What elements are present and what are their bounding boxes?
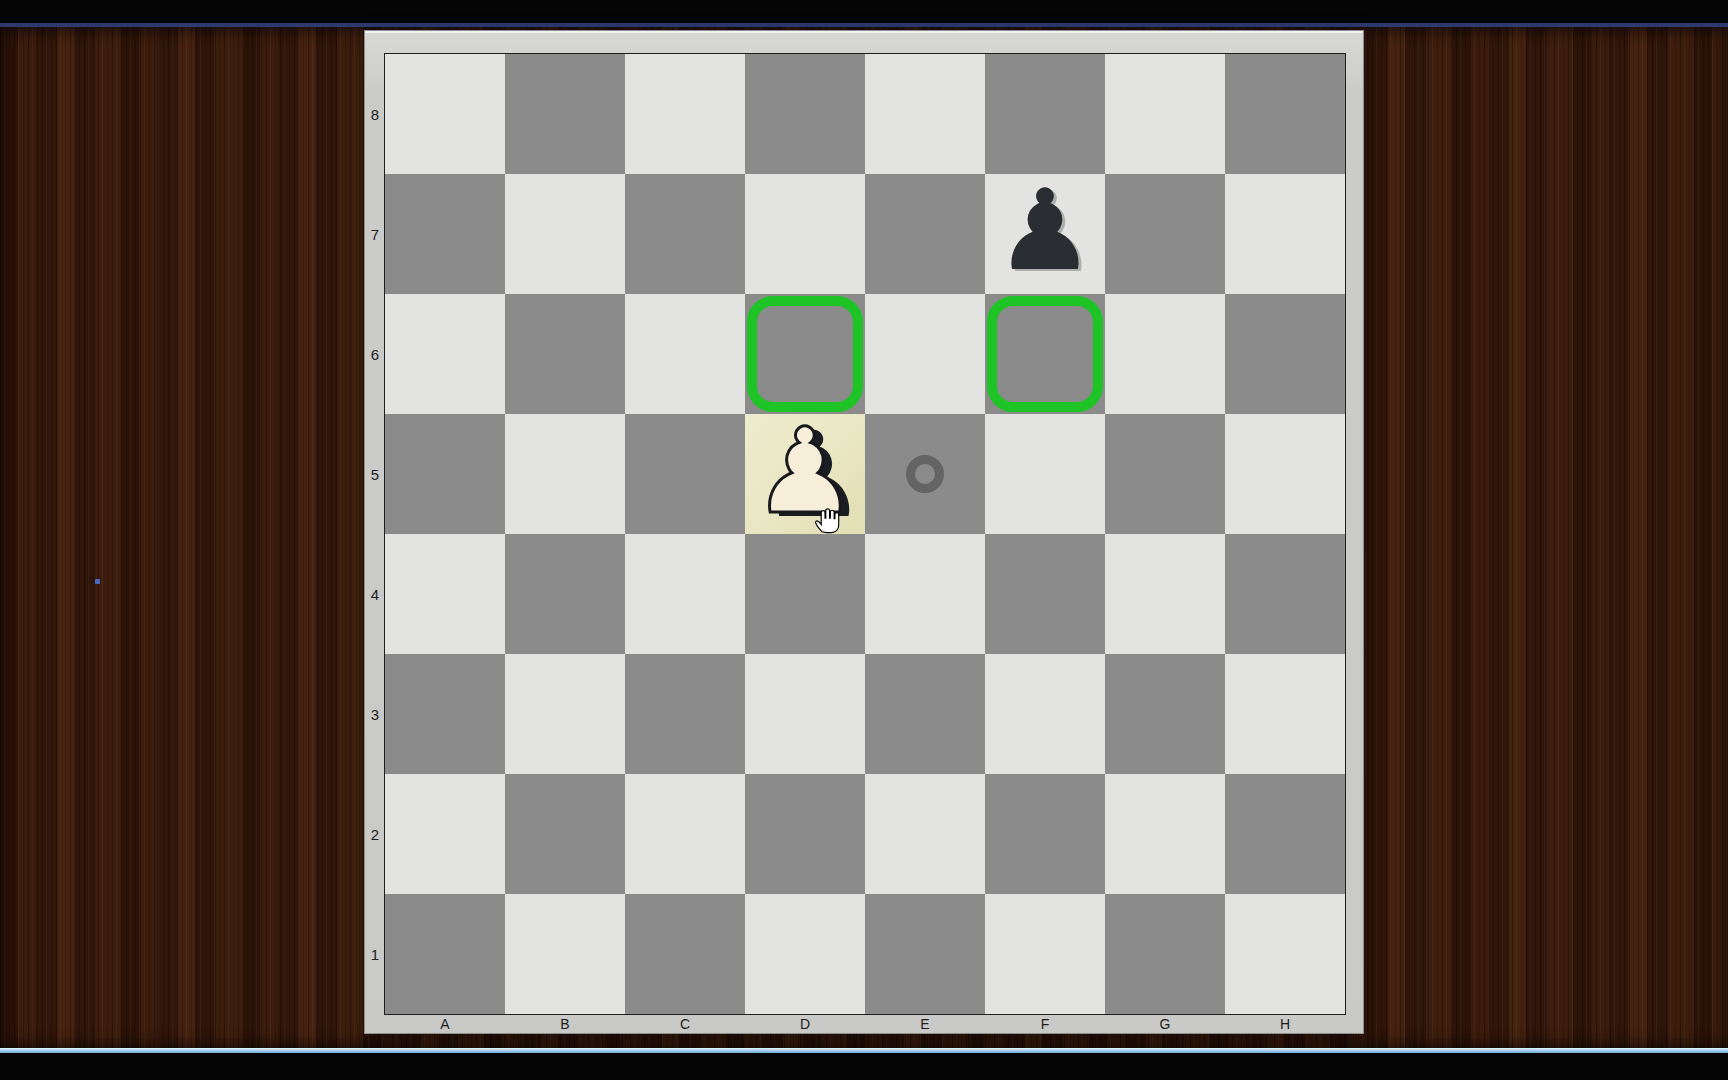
- square-g3[interactable]: [1105, 654, 1225, 774]
- rank-label-1: 1: [365, 894, 385, 1014]
- square-d6[interactable]: [745, 294, 865, 414]
- move-target-outline-d6: [747, 296, 863, 412]
- square-a7[interactable]: [385, 174, 505, 294]
- top-black-bar: [0, 0, 1728, 23]
- square-c2[interactable]: [625, 774, 745, 894]
- square-a2[interactable]: [385, 774, 505, 894]
- rank-label-3: 3: [365, 654, 385, 774]
- square-b7[interactable]: [505, 174, 625, 294]
- rank-label-2: 2: [365, 774, 385, 894]
- square-b4[interactable]: [505, 534, 625, 654]
- square-f2[interactable]: [985, 774, 1105, 894]
- square-h3[interactable]: [1225, 654, 1345, 774]
- file-label-g: G: [1105, 1014, 1225, 1033]
- file-label-h: H: [1225, 1014, 1345, 1033]
- square-b1[interactable]: [505, 894, 625, 1014]
- square-g1[interactable]: [1105, 894, 1225, 1014]
- file-label-c: C: [625, 1014, 745, 1033]
- square-e5[interactable]: [865, 414, 985, 534]
- square-d3[interactable]: [745, 654, 865, 774]
- file-label-e: E: [865, 1014, 985, 1033]
- square-h6[interactable]: [1225, 294, 1345, 414]
- square-g5[interactable]: [1105, 414, 1225, 534]
- square-c7[interactable]: [625, 174, 745, 294]
- square-c5[interactable]: [625, 414, 745, 534]
- square-a6[interactable]: [385, 294, 505, 414]
- bottom-black-bar: [0, 1053, 1728, 1080]
- square-b2[interactable]: [505, 774, 625, 894]
- square-d2[interactable]: [745, 774, 865, 894]
- square-g8[interactable]: [1105, 54, 1225, 174]
- app-window: 87654321 ♟♟ ABCDEFGH: [0, 0, 1728, 1080]
- square-e1[interactable]: [865, 894, 985, 1014]
- square-a1[interactable]: [385, 894, 505, 1014]
- square-e3[interactable]: [865, 654, 985, 774]
- square-e7[interactable]: [865, 174, 985, 294]
- square-e6[interactable]: [865, 294, 985, 414]
- square-f6[interactable]: [985, 294, 1105, 414]
- square-f1[interactable]: [985, 894, 1105, 1014]
- square-g7[interactable]: [1105, 174, 1225, 294]
- square-h5[interactable]: [1225, 414, 1345, 534]
- square-f3[interactable]: [985, 654, 1105, 774]
- square-g6[interactable]: [1105, 294, 1225, 414]
- rank-labels: 87654321: [365, 54, 385, 1014]
- square-d7[interactable]: [745, 174, 865, 294]
- square-a5[interactable]: [385, 414, 505, 534]
- square-b8[interactable]: [505, 54, 625, 174]
- drag-origin-ring-e5: [906, 455, 944, 493]
- square-d8[interactable]: [745, 54, 865, 174]
- rank-label-7: 7: [365, 174, 385, 294]
- file-labels: ABCDEFGH: [385, 1014, 1345, 1033]
- move-target-outline-f6: [987, 296, 1103, 412]
- square-h7[interactable]: [1225, 174, 1345, 294]
- rank-label-4: 4: [365, 534, 385, 654]
- square-h8[interactable]: [1225, 54, 1345, 174]
- square-e8[interactable]: [865, 54, 985, 174]
- square-f8[interactable]: [985, 54, 1105, 174]
- rank-label-5: 5: [365, 414, 385, 534]
- square-c1[interactable]: [625, 894, 745, 1014]
- square-d5[interactable]: ♟: [745, 414, 865, 534]
- square-c4[interactable]: [625, 534, 745, 654]
- chess-board-frame: 87654321 ♟♟ ABCDEFGH: [365, 31, 1363, 1033]
- square-e2[interactable]: [865, 774, 985, 894]
- square-f7[interactable]: ♟: [985, 174, 1105, 294]
- rank-label-6: 6: [365, 294, 385, 414]
- square-c6[interactable]: [625, 294, 745, 414]
- square-d4[interactable]: [745, 534, 865, 654]
- file-label-d: D: [745, 1014, 865, 1033]
- square-f4[interactable]: [985, 534, 1105, 654]
- square-a4[interactable]: [385, 534, 505, 654]
- file-label-f: F: [985, 1014, 1105, 1033]
- square-d1[interactable]: [745, 894, 865, 1014]
- square-b5[interactable]: [505, 414, 625, 534]
- hand-cursor-icon: [811, 500, 845, 536]
- file-label-b: B: [505, 1014, 625, 1033]
- square-h2[interactable]: [1225, 774, 1345, 894]
- file-label-a: A: [385, 1014, 505, 1033]
- rank-label-8: 8: [365, 54, 385, 174]
- square-g2[interactable]: [1105, 774, 1225, 894]
- blue-dot-artifact: [95, 579, 100, 584]
- board-grid[interactable]: ♟♟: [385, 54, 1345, 1014]
- square-a3[interactable]: [385, 654, 505, 774]
- square-a8[interactable]: [385, 54, 505, 174]
- square-h1[interactable]: [1225, 894, 1345, 1014]
- square-g4[interactable]: [1105, 534, 1225, 654]
- square-h4[interactable]: [1225, 534, 1345, 654]
- square-c8[interactable]: [625, 54, 745, 174]
- square-b3[interactable]: [505, 654, 625, 774]
- square-f5[interactable]: [985, 414, 1105, 534]
- square-b6[interactable]: [505, 294, 625, 414]
- black-pawn-f7[interactable]: ♟: [995, 174, 1095, 286]
- square-e4[interactable]: [865, 534, 985, 654]
- square-c3[interactable]: [625, 654, 745, 774]
